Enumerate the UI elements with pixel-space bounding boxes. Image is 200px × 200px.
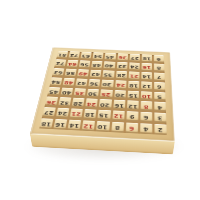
number-cube[interactable]: 2 [154,124,166,135]
cube-number: 16 [55,122,66,128]
number-cube[interactable]: 56 [79,60,91,68]
cube-number: 12 [84,123,95,129]
cube-number: 24 [58,110,68,115]
number-cube[interactable]: 64 [67,60,79,68]
number-cube[interactable]: 18 [39,118,53,129]
cube-number: 16 [142,65,151,69]
cube-number: 5 [157,94,162,99]
number-cube[interactable]: 4 [154,102,166,112]
cube-number: 4 [144,126,149,131]
number-cube[interactable]: 8 [154,63,165,71]
cube-number: 24 [116,82,125,87]
cube-number: 54 [51,79,61,84]
cube-number: 3 [158,115,163,120]
number-cube[interactable]: 42 [90,70,102,78]
number-cube[interactable]: 40 [104,61,115,69]
cube-number: 25 [102,91,112,96]
number-cube[interactable]: 10 [141,91,152,100]
number-cube[interactable]: 49 [77,69,89,77]
number-cube[interactable]: 36 [117,53,128,61]
cube-number: 30 [103,81,112,86]
cube-number: 12 [128,103,138,108]
cube-number: 40 [62,89,72,94]
number-cube[interactable]: 27 [129,54,140,62]
number-cube[interactable]: 4 [140,123,152,134]
number-cube[interactable]: 16 [53,119,67,130]
cube-number: 2 [158,127,163,132]
number-cube[interactable]: 63 [81,52,92,60]
number-cube[interactable]: 81 [56,51,68,59]
number-cube[interactable]: 6 [140,112,152,122]
cube-number: 48 [93,63,102,67]
cube-number: 48 [64,80,74,85]
number-cube[interactable]: 20 [99,99,111,109]
cube-number: 27 [44,110,55,115]
number-cube[interactable]: 32 [116,62,127,70]
cube-number: 15 [99,112,109,117]
cube-number: 6 [157,84,162,88]
number-cube[interactable]: 8 [111,122,124,133]
number-cube[interactable]: 54 [50,77,63,86]
cube-number: 16 [114,102,124,107]
number-cube[interactable]: 42 [76,78,88,87]
number-cube[interactable]: 25 [100,89,112,98]
number-cube[interactable]: 21 [128,71,139,80]
cube-number: 32 [117,64,126,68]
cube-number: 4 [158,104,163,109]
cube-number: 14 [69,122,80,128]
number-cube[interactable]: 32 [58,97,71,107]
number-cube[interactable]: 35 [103,70,115,78]
cube-number: 49 [79,71,88,75]
cube-number: 12 [142,83,151,88]
number-cube[interactable]: 30 [87,88,99,97]
cube-number: 24 [130,64,139,68]
cube-number: 20 [115,92,124,97]
cube-number: 36 [118,55,127,59]
cube-number: 36 [90,81,99,86]
number-cube[interactable]: 35 [74,88,87,97]
cube-number: 28 [73,100,83,105]
number-cube[interactable]: 28 [115,71,126,80]
cube-number: 56 [80,62,89,66]
number-cube[interactable]: 24 [115,80,127,89]
cube-number: 15 [128,93,137,98]
number-cube[interactable]: 6 [154,82,165,91]
cube-number: 20 [100,102,110,107]
number-cube[interactable]: 48 [91,61,102,69]
number-cube[interactable]: 9 [126,111,138,121]
cube-number: 45 [49,89,59,94]
number-cube[interactable]: 20 [114,90,126,99]
cube-number: 28 [117,73,126,77]
cube-number: 10 [98,124,108,130]
number-cube[interactable]: 16 [141,63,152,71]
number-cube[interactable]: 8 [140,101,152,111]
number-cube[interactable]: 15 [127,90,139,99]
number-cube[interactable]: 30 [102,79,114,88]
number-cube[interactable]: 24 [56,108,70,118]
cube-number: 10 [142,93,151,98]
number-cube[interactable]: 27 [42,107,56,117]
number-cube[interactable]: 5 [154,92,166,101]
cube-number: 64 [68,62,77,66]
number-cube[interactable]: 48 [63,78,76,87]
cube-number: 21 [129,73,138,77]
cube-number: 24 [87,101,97,106]
number-cube[interactable]: 12 [127,101,139,111]
cube-number: 27 [130,56,139,60]
cube-grid: 8172635445362718972645648403224168635649… [39,51,167,135]
cube-number: 6 [129,125,134,130]
cube-number: 21 [71,111,81,116]
cube-number: 18 [129,83,138,88]
number-cube[interactable]: 12 [82,120,95,131]
cube-number: 8 [144,104,149,109]
cube-number: 63 [54,70,64,74]
cube-number: 54 [94,54,103,58]
cube-number: 45 [106,55,115,59]
cube-number: 72 [70,53,79,57]
number-cube[interactable]: 14 [68,120,82,131]
cube-number: 56 [66,70,75,74]
number-cube[interactable]: 7 [154,72,165,81]
cube-number: 6 [144,115,149,120]
cube-number: 81 [58,53,67,57]
number-cube[interactable]: 6 [125,123,138,134]
number-cube[interactable]: 10 [96,121,109,132]
cube-number: 9 [157,57,161,61]
number-cube[interactable]: 40 [61,87,74,96]
number-cube[interactable]: 15 [98,110,111,120]
number-cube[interactable]: 21 [70,109,83,119]
number-cube[interactable]: 12 [112,111,125,121]
number-cube[interactable]: 18 [128,81,139,90]
cube-number: 42 [91,72,100,76]
cube-number: 35 [75,90,85,95]
cube-number: 8 [115,125,120,130]
number-cube[interactable]: 28 [72,98,85,108]
cube-number: 12 [113,113,123,118]
cube-number: 18 [85,112,95,117]
number-cube[interactable]: 14 [141,72,152,81]
cube-number: 36 [46,99,56,104]
number-cube[interactable]: 16 [113,100,125,110]
tray-top-face: 8172635445362718972645648403224168635649… [30,47,175,141]
number-cube[interactable]: 56 [65,68,77,76]
number-cube[interactable]: 18 [141,54,151,62]
cube-number: 9 [130,114,135,119]
cube-number: 30 [88,91,98,96]
cube-number: 40 [105,63,114,67]
number-cube[interactable]: 12 [141,81,152,90]
cube-number: 18 [142,56,150,60]
cube-number: 32 [60,100,70,105]
cube-number: 8 [157,65,161,69]
number-cube[interactable]: 54 [93,52,104,60]
multiplication-board: 8172635445362718972645648403224168635649… [30,47,175,141]
number-cube[interactable]: 45 [105,53,116,61]
number-cube[interactable]: 45 [47,87,60,96]
number-cube[interactable]: 3 [154,113,166,123]
number-cube[interactable]: 18 [84,109,97,119]
number-cube[interactable]: 36 [45,97,58,107]
cube-number: 7 [157,74,162,78]
cube-number: 42 [77,80,87,85]
number-cube[interactable]: 72 [54,59,66,67]
number-cube[interactable]: 24 [129,62,140,70]
number-cube[interactable]: 9 [154,55,164,63]
cube-number: 14 [142,74,151,78]
number-cube[interactable]: 72 [68,51,80,59]
cube-number: 72 [56,61,65,65]
cube-number: 63 [82,54,91,58]
cube-number: 18 [41,121,52,127]
cube-number: 35 [104,72,113,76]
product-photo: 8172635445362718972645648403224168635649… [0,0,200,200]
number-cube[interactable]: 63 [52,68,64,76]
number-cube[interactable]: 24 [85,99,98,109]
number-cube[interactable]: 36 [89,79,101,88]
